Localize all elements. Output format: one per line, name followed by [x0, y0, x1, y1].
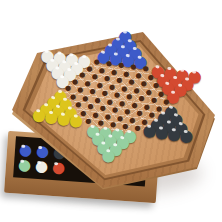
chinese-checkers-photo: ●●●●●●●●●● ●●●●●●●●●●●●●●●●●●●●●●●●●●●●●…	[0, 0, 222, 222]
marble-green[interactable]: ●	[102, 151, 115, 160]
marble-green[interactable]: ●	[17, 157, 31, 173]
chinese-checkers-board: ●●●●●●●●●●●●●●●●●●●●●●●●●●●●●●●●●●●●●●●●…	[28, 21, 206, 170]
marble-white[interactable]: ●	[35, 158, 49, 174]
marble-red[interactable]: ●	[52, 159, 66, 175]
